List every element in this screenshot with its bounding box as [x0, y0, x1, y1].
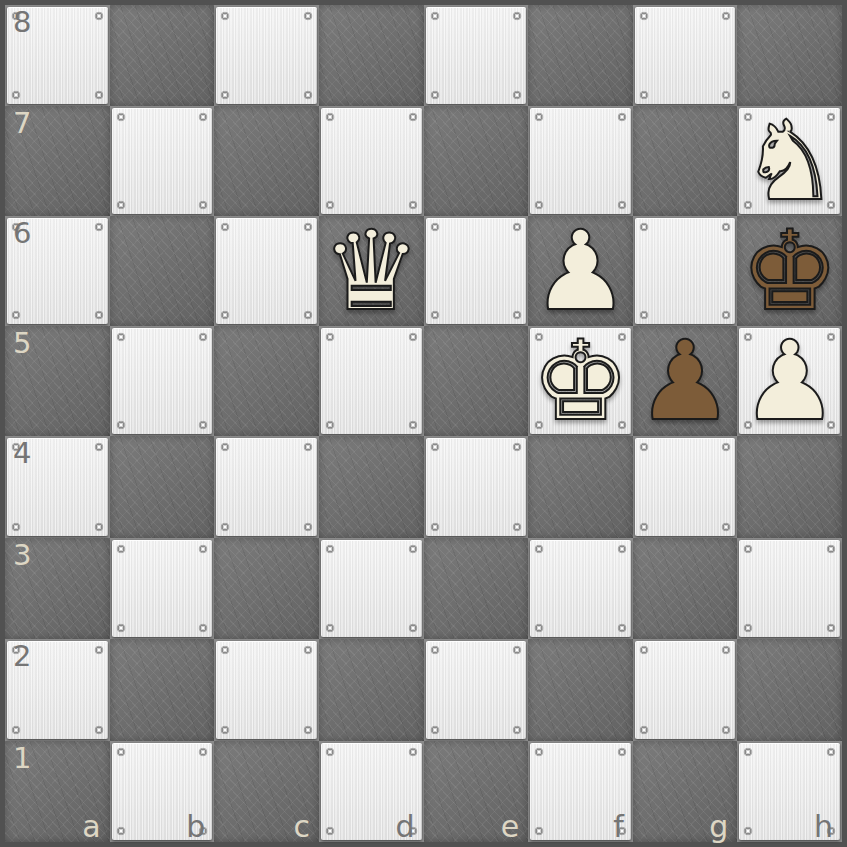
square-d1[interactable]: d	[319, 741, 424, 842]
chess-board: 87♞6♛♟♚5♚♟♟4321abcdefgh	[0, 0, 847, 847]
metal-plate	[7, 218, 108, 324]
square-d8[interactable]	[319, 5, 424, 106]
square-g2[interactable]	[633, 639, 738, 740]
metal-plate	[112, 328, 213, 434]
square-h1[interactable]: h	[737, 741, 842, 842]
white-queen[interactable]: ♛	[322, 216, 421, 326]
square-a2[interactable]: 2	[5, 639, 110, 740]
square-b8[interactable]	[110, 5, 215, 106]
square-a5[interactable]: 5	[5, 326, 110, 436]
square-e8[interactable]	[424, 5, 529, 106]
square-c4[interactable]	[214, 436, 319, 537]
metal-plate	[321, 540, 422, 637]
square-g4[interactable]	[633, 436, 738, 537]
rank-label-7: 7	[13, 108, 31, 140]
square-b5[interactable]	[110, 326, 215, 436]
square-e4[interactable]	[424, 436, 529, 537]
square-a1[interactable]: 1a	[5, 741, 110, 842]
square-d7[interactable]	[319, 106, 424, 216]
file-label-c: c	[293, 811, 310, 843]
square-f3[interactable]	[528, 538, 633, 639]
square-e3[interactable]	[424, 538, 529, 639]
square-d6[interactable]: ♛	[319, 216, 424, 326]
metal-plate	[216, 438, 317, 535]
square-b3[interactable]	[110, 538, 215, 639]
square-b2[interactable]	[110, 639, 215, 740]
metal-plate	[216, 641, 317, 738]
square-c6[interactable]	[214, 216, 319, 326]
white-king[interactable]: ♚	[531, 326, 630, 436]
metal-plate	[739, 540, 840, 637]
square-g8[interactable]	[633, 5, 738, 106]
metal-plate	[216, 218, 317, 324]
square-a7[interactable]: 7	[5, 106, 110, 216]
square-f4[interactable]	[528, 436, 633, 537]
square-c7[interactable]	[214, 106, 319, 216]
metal-plate	[7, 7, 108, 104]
metal-plate	[426, 7, 527, 104]
square-f7[interactable]	[528, 106, 633, 216]
square-h4[interactable]	[737, 436, 842, 537]
square-f6[interactable]: ♟	[528, 216, 633, 326]
square-h5[interactable]: ♟	[737, 326, 842, 436]
square-h7[interactable]: ♞	[737, 106, 842, 216]
square-a8[interactable]: 8	[5, 5, 110, 106]
black-king[interactable]: ♚	[740, 216, 839, 326]
metal-plate	[321, 328, 422, 434]
square-e1[interactable]: e	[424, 741, 529, 842]
square-h8[interactable]	[737, 5, 842, 106]
square-d3[interactable]	[319, 538, 424, 639]
metal-plate	[530, 540, 631, 637]
square-e6[interactable]	[424, 216, 529, 326]
white-pawn[interactable]: ♟	[740, 326, 839, 436]
rank-label-1: 1	[13, 743, 31, 775]
square-g6[interactable]	[633, 216, 738, 326]
metal-plate	[426, 641, 527, 738]
square-b7[interactable]	[110, 106, 215, 216]
metal-plate	[426, 438, 527, 535]
rank-label-3: 3	[13, 540, 31, 572]
black-pawn[interactable]: ♟	[636, 326, 735, 436]
metal-plate	[321, 108, 422, 214]
file-label-e: e	[501, 811, 519, 843]
metal-plate	[321, 743, 422, 840]
square-c5[interactable]	[214, 326, 319, 436]
metal-plate	[635, 218, 736, 324]
square-a3[interactable]: 3	[5, 538, 110, 639]
square-b4[interactable]	[110, 436, 215, 537]
square-d2[interactable]	[319, 639, 424, 740]
metal-plate	[112, 540, 213, 637]
square-e7[interactable]	[424, 106, 529, 216]
metal-plate	[426, 218, 527, 324]
square-g5[interactable]: ♟	[633, 326, 738, 436]
metal-plate	[635, 7, 736, 104]
square-c1[interactable]: c	[214, 741, 319, 842]
file-label-a: a	[82, 811, 100, 843]
metal-plate	[635, 438, 736, 535]
metal-plate	[530, 743, 631, 840]
file-label-g: g	[709, 811, 728, 843]
square-e2[interactable]	[424, 639, 529, 740]
square-g3[interactable]	[633, 538, 738, 639]
square-c2[interactable]	[214, 639, 319, 740]
square-c3[interactable]	[214, 538, 319, 639]
square-f1[interactable]: f	[528, 741, 633, 842]
square-h6[interactable]: ♚	[737, 216, 842, 326]
square-g7[interactable]	[633, 106, 738, 216]
square-d5[interactable]	[319, 326, 424, 436]
metal-plate	[635, 641, 736, 738]
square-a4[interactable]: 4	[5, 436, 110, 537]
white-pawn[interactable]: ♟	[531, 216, 630, 326]
square-d4[interactable]	[319, 436, 424, 537]
metal-plate	[112, 108, 213, 214]
square-f5[interactable]: ♚	[528, 326, 633, 436]
metal-plate	[530, 108, 631, 214]
metal-plate	[216, 7, 317, 104]
rank-label-5: 5	[13, 328, 31, 360]
square-b6[interactable]	[110, 216, 215, 326]
square-a6[interactable]: 6	[5, 216, 110, 326]
square-c8[interactable]	[214, 5, 319, 106]
metal-plate	[739, 743, 840, 840]
square-e5[interactable]	[424, 326, 529, 436]
metal-plate	[112, 743, 213, 840]
white-knight[interactable]: ♞	[740, 106, 839, 216]
square-h2[interactable]	[737, 639, 842, 740]
square-f8[interactable]	[528, 5, 633, 106]
square-f2[interactable]	[528, 639, 633, 740]
metal-plate	[7, 438, 108, 535]
square-g1[interactable]: g	[633, 741, 738, 842]
metal-plate	[7, 641, 108, 738]
square-b1[interactable]: b	[110, 741, 215, 842]
square-h3[interactable]	[737, 538, 842, 639]
